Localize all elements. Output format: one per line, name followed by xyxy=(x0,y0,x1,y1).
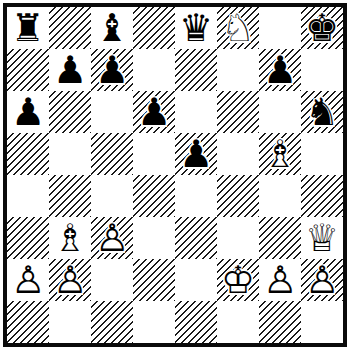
square-g8[interactable] xyxy=(259,7,301,49)
white-piece-outline: ♙ xyxy=(301,259,343,301)
white-piece-outline: ♗ xyxy=(259,133,301,175)
square-b1[interactable] xyxy=(49,301,91,343)
square-d4[interactable] xyxy=(133,175,175,217)
square-c6[interactable] xyxy=(91,91,133,133)
square-h8[interactable]: ♚ xyxy=(301,7,343,49)
square-h7[interactable] xyxy=(301,49,343,91)
white-piece-outline: ♘ xyxy=(217,7,259,49)
square-b8[interactable] xyxy=(49,7,91,49)
square-a6[interactable]: ♟ xyxy=(7,91,49,133)
square-b4[interactable] xyxy=(49,175,91,217)
white-bishop-g5: ♝♗ xyxy=(259,133,301,175)
square-e7[interactable] xyxy=(175,49,217,91)
square-a5[interactable] xyxy=(7,133,49,175)
black-pawn-a6: ♟ xyxy=(7,91,49,133)
black-pawn-b7: ♟ xyxy=(49,49,91,91)
white-piece-outline: ♙ xyxy=(49,259,91,301)
black-pawn-c7: ♟ xyxy=(91,49,133,91)
square-g3[interactable] xyxy=(259,217,301,259)
white-pawn-b2: ♟♙ xyxy=(49,259,91,301)
white-pawn-c3: ♟♙ xyxy=(91,217,133,259)
square-f7[interactable] xyxy=(217,49,259,91)
white-piece-outline: ♔ xyxy=(217,259,259,301)
black-knight-h6: ♞ xyxy=(301,91,343,133)
square-a2[interactable]: ♟♙ xyxy=(7,259,49,301)
square-e4[interactable] xyxy=(175,175,217,217)
square-b7[interactable]: ♟ xyxy=(49,49,91,91)
square-c7[interactable]: ♟ xyxy=(91,49,133,91)
square-d3[interactable] xyxy=(133,217,175,259)
square-f1[interactable] xyxy=(217,301,259,343)
square-g7[interactable]: ♟ xyxy=(259,49,301,91)
white-pawn-a2: ♟♙ xyxy=(7,259,49,301)
square-h1[interactable] xyxy=(301,301,343,343)
white-knight-f8: ♞♘ xyxy=(217,7,259,49)
square-g6[interactable] xyxy=(259,91,301,133)
white-queen-h3: ♛♕ xyxy=(301,217,343,259)
black-bishop-c8: ♝ xyxy=(91,7,133,49)
black-king-h8: ♚ xyxy=(301,7,343,49)
white-piece-outline: ♕ xyxy=(301,217,343,259)
square-d8[interactable] xyxy=(133,7,175,49)
square-d5[interactable] xyxy=(133,133,175,175)
square-c5[interactable] xyxy=(91,133,133,175)
square-b3[interactable]: ♝♗ xyxy=(49,217,91,259)
square-f8[interactable]: ♞♘ xyxy=(217,7,259,49)
white-pawn-h2: ♟♙ xyxy=(301,259,343,301)
square-f2[interactable]: ♚♔ xyxy=(217,259,259,301)
square-h5[interactable] xyxy=(301,133,343,175)
white-king-f2: ♚♔ xyxy=(217,259,259,301)
black-rook-a8: ♜ xyxy=(7,7,49,49)
black-pawn-g7: ♟ xyxy=(259,49,301,91)
square-c2[interactable] xyxy=(91,259,133,301)
square-f5[interactable] xyxy=(217,133,259,175)
square-b5[interactable] xyxy=(49,133,91,175)
square-e8[interactable]: ♛ xyxy=(175,7,217,49)
square-h2[interactable]: ♟♙ xyxy=(301,259,343,301)
square-a4[interactable] xyxy=(7,175,49,217)
chess-diagram-frame: ♜♝♛♞♘♚♟♟♟♟♟♞♟♝♗♝♗♟♙♛♕♟♙♟♙♚♔♟♙♟♙ xyxy=(3,3,347,347)
square-a7[interactable] xyxy=(7,49,49,91)
square-h3[interactable]: ♛♕ xyxy=(301,217,343,259)
square-f4[interactable] xyxy=(217,175,259,217)
square-c8[interactable]: ♝ xyxy=(91,7,133,49)
white-piece-outline: ♙ xyxy=(259,259,301,301)
square-e3[interactable] xyxy=(175,217,217,259)
white-piece-outline: ♙ xyxy=(7,259,49,301)
square-c3[interactable]: ♟♙ xyxy=(91,217,133,259)
chess-board: ♜♝♛♞♘♚♟♟♟♟♟♞♟♝♗♝♗♟♙♛♕♟♙♟♙♚♔♟♙♟♙ xyxy=(7,7,343,343)
square-g2[interactable]: ♟♙ xyxy=(259,259,301,301)
square-f6[interactable] xyxy=(217,91,259,133)
square-d2[interactable] xyxy=(133,259,175,301)
square-a3[interactable] xyxy=(7,217,49,259)
square-g1[interactable] xyxy=(259,301,301,343)
square-d7[interactable] xyxy=(133,49,175,91)
square-g5[interactable]: ♝♗ xyxy=(259,133,301,175)
square-h4[interactable] xyxy=(301,175,343,217)
white-piece-outline: ♙ xyxy=(91,217,133,259)
square-f3[interactable] xyxy=(217,217,259,259)
square-d1[interactable] xyxy=(133,301,175,343)
square-b2[interactable]: ♟♙ xyxy=(49,259,91,301)
square-h6[interactable]: ♞ xyxy=(301,91,343,133)
white-piece-outline: ♗ xyxy=(49,217,91,259)
black-pawn-e5: ♟ xyxy=(175,133,217,175)
white-pawn-g2: ♟♙ xyxy=(259,259,301,301)
black-queen-e8: ♛ xyxy=(175,7,217,49)
square-d6[interactable]: ♟ xyxy=(133,91,175,133)
square-e5[interactable]: ♟ xyxy=(175,133,217,175)
square-e2[interactable] xyxy=(175,259,217,301)
square-e6[interactable] xyxy=(175,91,217,133)
square-c1[interactable] xyxy=(91,301,133,343)
black-pawn-d6: ♟ xyxy=(133,91,175,133)
square-a8[interactable]: ♜ xyxy=(7,7,49,49)
square-g4[interactable] xyxy=(259,175,301,217)
square-e1[interactable] xyxy=(175,301,217,343)
square-b6[interactable] xyxy=(49,91,91,133)
white-bishop-b3: ♝♗ xyxy=(49,217,91,259)
square-a1[interactable] xyxy=(7,301,49,343)
square-c4[interactable] xyxy=(91,175,133,217)
